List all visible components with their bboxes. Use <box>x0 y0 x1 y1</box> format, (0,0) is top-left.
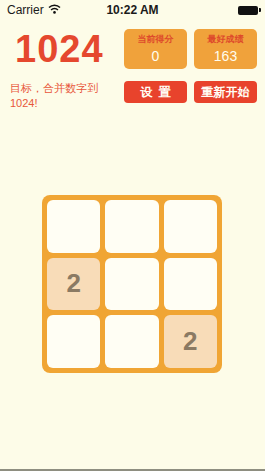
board-cell-r0-c1 <box>105 200 158 253</box>
status-bar: Carrier 10:22 AM <box>0 0 265 20</box>
board-cell-r2-c2: 2 <box>164 315 217 368</box>
board-cell-r2-c1 <box>105 315 158 368</box>
board-cell-r1-c2 <box>164 258 217 311</box>
best-score-box: 最好成绩 163 <box>194 29 257 69</box>
board-cell-r1-c1 <box>105 258 158 311</box>
status-bar-right <box>178 6 258 15</box>
best-score-label: 最好成绩 <box>208 34 244 45</box>
restart-button[interactable]: 重新开始 <box>194 81 257 103</box>
board-cell-r0-c2 <box>164 200 217 253</box>
board-cell-r2-c0 <box>47 315 100 368</box>
best-score-value: 163 <box>214 48 237 64</box>
goal-text-line2: 1024! <box>10 96 122 111</box>
goal-text: 目标，合并数字到 1024! <box>10 81 122 111</box>
app-title: 1024 <box>15 29 104 69</box>
clock: 10:22 AM <box>87 3 178 17</box>
board-cell-r0-c0 <box>47 200 100 253</box>
status-bar-left: Carrier <box>7 3 87 17</box>
board-cell-r1-c0: 2 <box>47 258 100 311</box>
battery-icon <box>238 6 258 15</box>
controls: 目标，合并数字到 1024! 设 置 重新开始 <box>0 69 265 111</box>
current-score-box: 当前得分 0 <box>124 29 187 69</box>
carrier-label: Carrier <box>7 3 44 17</box>
score-boxes: 当前得分 0 最好成绩 163 <box>124 29 257 69</box>
current-score-label: 当前得分 <box>138 34 174 45</box>
action-buttons: 设 置 重新开始 <box>124 81 257 103</box>
board-grid[interactable]: 2 2 <box>42 195 222 373</box>
wifi-icon <box>48 3 61 17</box>
settings-button[interactable]: 设 置 <box>124 81 187 103</box>
goal-text-line1: 目标，合并数字到 <box>10 81 122 96</box>
current-score-value: 0 <box>152 48 160 64</box>
header: 1024 当前得分 0 最好成绩 163 <box>0 20 265 69</box>
